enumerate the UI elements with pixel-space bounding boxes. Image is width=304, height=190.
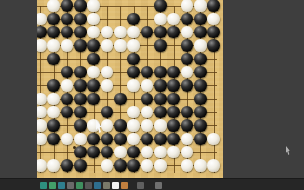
- black-stone[interactable]: [181, 79, 194, 92]
- black-stone[interactable]: [181, 13, 194, 26]
- taskbar-icon[interactable]: [40, 182, 47, 189]
- white-stone[interactable]: [47, 93, 60, 106]
- black-stone[interactable]: [114, 133, 127, 146]
- white-stone[interactable]: [141, 106, 154, 119]
- black-stone[interactable]: [47, 13, 60, 26]
- black-stone[interactable]: [167, 133, 180, 146]
- white-stone[interactable]: [37, 159, 47, 172]
- black-stone[interactable]: [74, 146, 87, 159]
- black-stone[interactable]: [61, 66, 74, 79]
- white-stone[interactable]: [181, 133, 194, 146]
- white-stone[interactable]: [127, 119, 140, 132]
- taskbar-icon[interactable]: [137, 182, 144, 189]
- black-stone[interactable]: [87, 133, 100, 146]
- black-stone[interactable]: [194, 13, 207, 26]
- black-stone[interactable]: [87, 146, 100, 159]
- white-stone[interactable]: [141, 119, 154, 132]
- black-stone[interactable]: [114, 119, 127, 132]
- black-stone[interactable]: [101, 133, 114, 146]
- black-stone[interactable]: [141, 26, 154, 39]
- black-stone[interactable]: [74, 26, 87, 39]
- black-stone[interactable]: [167, 93, 180, 106]
- black-stone[interactable]: [61, 13, 74, 26]
- white-stone[interactable]: [47, 39, 60, 52]
- white-stone[interactable]: [101, 119, 114, 132]
- app-window: [0, 0, 304, 190]
- black-stone[interactable]: [141, 93, 154, 106]
- white-stone[interactable]: [141, 159, 154, 172]
- black-stone[interactable]: [154, 93, 167, 106]
- white-stone[interactable]: [154, 159, 167, 172]
- black-stone[interactable]: [127, 159, 140, 172]
- black-stone[interactable]: [74, 119, 87, 132]
- white-stone[interactable]: [37, 13, 47, 26]
- black-stone[interactable]: [74, 106, 87, 119]
- white-stone[interactable]: [114, 26, 127, 39]
- black-stone[interactable]: [101, 146, 114, 159]
- white-stone[interactable]: [101, 159, 114, 172]
- black-stone[interactable]: [154, 66, 167, 79]
- taskbar-icon[interactable]: [103, 182, 110, 189]
- black-stone[interactable]: [127, 53, 140, 66]
- white-stone[interactable]: [167, 146, 180, 159]
- taskbar-icon[interactable]: [67, 182, 74, 189]
- black-stone[interactable]: [47, 119, 60, 132]
- black-stone[interactable]: [167, 79, 180, 92]
- black-stone[interactable]: [207, 39, 220, 52]
- white-stone[interactable]: [127, 106, 140, 119]
- white-stone[interactable]: [101, 66, 114, 79]
- black-stone[interactable]: [181, 53, 194, 66]
- white-stone[interactable]: [194, 0, 207, 12]
- black-stone[interactable]: [181, 106, 194, 119]
- white-stone[interactable]: [141, 79, 154, 92]
- white-stone[interactable]: [154, 119, 167, 132]
- black-stone[interactable]: [154, 0, 167, 12]
- black-stone[interactable]: [141, 133, 154, 146]
- white-stone[interactable]: [37, 133, 47, 146]
- white-stone[interactable]: [114, 146, 127, 159]
- black-stone[interactable]: [154, 39, 167, 52]
- white-stone[interactable]: [87, 66, 100, 79]
- black-stone[interactable]: [194, 106, 207, 119]
- white-stone[interactable]: [207, 133, 220, 146]
- white-stone[interactable]: [61, 39, 74, 52]
- black-stone[interactable]: [74, 79, 87, 92]
- black-stone[interactable]: [87, 39, 100, 52]
- black-stone[interactable]: [194, 93, 207, 106]
- white-stone[interactable]: [181, 26, 194, 39]
- black-stone[interactable]: [114, 159, 127, 172]
- white-stone[interactable]: [154, 146, 167, 159]
- black-stone[interactable]: [194, 26, 207, 39]
- white-stone[interactable]: [74, 133, 87, 146]
- black-stone[interactable]: [207, 26, 220, 39]
- black-stone[interactable]: [154, 106, 167, 119]
- white-stone[interactable]: [37, 39, 47, 52]
- white-stone[interactable]: [87, 119, 100, 132]
- left-panel: [0, 0, 37, 178]
- go-board[interactable]: [37, 0, 223, 178]
- black-stone[interactable]: [167, 106, 180, 119]
- white-stone[interactable]: [87, 26, 100, 39]
- white-stone[interactable]: [127, 133, 140, 146]
- black-stone[interactable]: [167, 26, 180, 39]
- right-panel: [223, 0, 304, 178]
- black-stone[interactable]: [127, 13, 140, 26]
- black-stone[interactable]: [74, 93, 87, 106]
- white-stone[interactable]: [101, 79, 114, 92]
- white-stone[interactable]: [87, 0, 100, 12]
- white-stone[interactable]: [127, 26, 140, 39]
- black-stone[interactable]: [154, 79, 167, 92]
- white-stone[interactable]: [101, 39, 114, 52]
- white-stone[interactable]: [207, 159, 220, 172]
- taskbar: [0, 178, 304, 190]
- white-stone[interactable]: [207, 13, 220, 26]
- black-stone[interactable]: [87, 79, 100, 92]
- black-stone[interactable]: [47, 53, 60, 66]
- black-stone[interactable]: [61, 106, 74, 119]
- white-stone[interactable]: [167, 13, 180, 26]
- black-stone[interactable]: [194, 79, 207, 92]
- white-stone[interactable]: [101, 26, 114, 39]
- white-stone[interactable]: [194, 39, 207, 52]
- white-stone[interactable]: [37, 93, 47, 106]
- white-stone[interactable]: [87, 13, 100, 26]
- white-stone[interactable]: [37, 106, 47, 119]
- black-stone[interactable]: [141, 66, 154, 79]
- black-stone[interactable]: [61, 26, 74, 39]
- black-stone[interactable]: [87, 53, 100, 66]
- black-stone[interactable]: [101, 106, 114, 119]
- black-stone[interactable]: [61, 0, 74, 12]
- black-stone[interactable]: [47, 26, 60, 39]
- taskbar-icon[interactable]: [94, 182, 101, 189]
- black-stone[interactable]: [87, 93, 100, 106]
- black-stone[interactable]: [61, 159, 74, 172]
- white-stone[interactable]: [194, 159, 207, 172]
- white-stone[interactable]: [127, 39, 140, 52]
- black-stone[interactable]: [181, 39, 194, 52]
- white-stone[interactable]: [181, 66, 194, 79]
- white-stone[interactable]: [61, 79, 74, 92]
- taskbar-icon[interactable]: [76, 182, 83, 189]
- white-stone[interactable]: [37, 119, 47, 132]
- black-stone[interactable]: [194, 53, 207, 66]
- black-stone[interactable]: [207, 0, 220, 12]
- black-stone[interactable]: [154, 133, 167, 146]
- taskbar-icon[interactable]: [112, 182, 119, 189]
- white-stone[interactable]: [47, 106, 60, 119]
- black-stone[interactable]: [127, 66, 140, 79]
- black-stone[interactable]: [47, 79, 60, 92]
- black-stone[interactable]: [181, 119, 194, 132]
- black-stone[interactable]: [114, 93, 127, 106]
- black-stone[interactable]: [74, 0, 87, 12]
- white-stone[interactable]: [127, 79, 140, 92]
- black-stone[interactable]: [154, 26, 167, 39]
- black-stone[interactable]: [47, 133, 60, 146]
- black-stone[interactable]: [194, 66, 207, 79]
- black-stone[interactable]: [37, 26, 47, 39]
- white-stone[interactable]: [154, 13, 167, 26]
- black-stone[interactable]: [74, 13, 87, 26]
- black-stone[interactable]: [74, 66, 87, 79]
- taskbar-icon[interactable]: [58, 182, 65, 189]
- white-stone[interactable]: [181, 146, 194, 159]
- black-stone[interactable]: [74, 159, 87, 172]
- black-stone[interactable]: [194, 133, 207, 146]
- white-stone[interactable]: [141, 146, 154, 159]
- black-stone[interactable]: [127, 146, 140, 159]
- taskbar-icon[interactable]: [85, 182, 92, 189]
- taskbar-icon[interactable]: [49, 182, 56, 189]
- white-stone[interactable]: [61, 133, 74, 146]
- white-stone[interactable]: [114, 39, 127, 52]
- black-stone[interactable]: [74, 39, 87, 52]
- white-stone[interactable]: [47, 0, 60, 12]
- white-stone[interactable]: [181, 159, 194, 172]
- black-stone[interactable]: [194, 119, 207, 132]
- taskbar-icon[interactable]: [121, 182, 128, 189]
- white-stone[interactable]: [47, 159, 60, 172]
- white-stone[interactable]: [181, 0, 194, 12]
- taskbar-icon[interactable]: [155, 182, 162, 189]
- black-stone[interactable]: [167, 66, 180, 79]
- black-stone[interactable]: [61, 93, 74, 106]
- black-stone[interactable]: [167, 119, 180, 132]
